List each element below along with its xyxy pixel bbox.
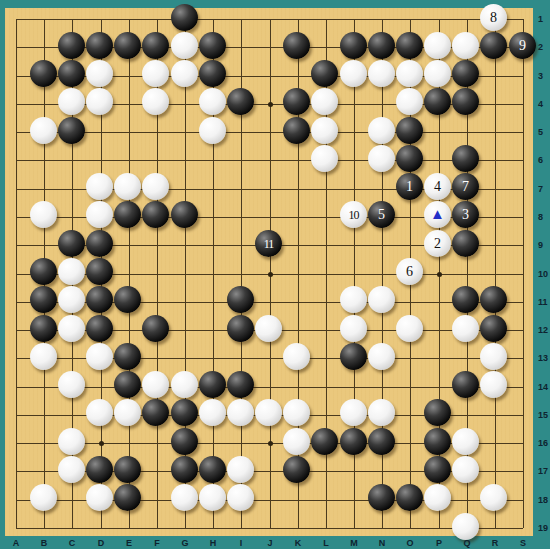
stone-black-O6	[396, 145, 423, 172]
stone-white-B13	[30, 343, 57, 370]
stone-black-M16	[340, 428, 367, 455]
stone-white-I18	[227, 484, 254, 511]
column-label-E: E	[126, 539, 132, 548]
stone-white-Q12	[452, 315, 479, 342]
column-label-Q: Q	[463, 539, 470, 548]
row-label-3: 3	[538, 72, 543, 81]
stone-black-O18	[396, 484, 423, 511]
stone-white-Q2	[452, 32, 479, 59]
stone-black-Q7: 7	[452, 173, 479, 200]
stone-black-M2	[340, 32, 367, 59]
move-number-label: 2	[434, 237, 441, 251]
stone-black-H17	[199, 456, 226, 483]
stone-white-C4	[58, 88, 85, 115]
stone-white-N5	[368, 117, 395, 144]
stone-white-N15	[368, 399, 395, 426]
stone-black-C9	[58, 230, 85, 257]
triangle-marker-icon: ▲	[430, 206, 445, 221]
stone-white-R14	[480, 371, 507, 398]
row-label-15: 15	[538, 411, 548, 420]
stone-black-L16	[311, 428, 338, 455]
stone-white-P2	[424, 32, 451, 59]
column-label-L: L	[323, 539, 329, 548]
stone-black-F8	[142, 201, 169, 228]
stone-black-I14	[227, 371, 254, 398]
stone-white-Q19	[452, 513, 479, 540]
stone-white-R1: 8	[480, 4, 507, 31]
move-number-label: 4	[434, 180, 441, 194]
stone-black-L3	[311, 60, 338, 87]
column-label-H: H	[210, 539, 217, 548]
stone-black-P15	[424, 399, 451, 426]
move-number-label: 1	[406, 180, 413, 194]
stone-black-I12	[227, 315, 254, 342]
stone-white-H18	[199, 484, 226, 511]
stone-white-F4	[142, 88, 169, 115]
stone-white-P18	[424, 484, 451, 511]
go-diagram: 89147105▲31126 ABCDEFGHIJKLMNOPQRS123456…	[0, 0, 550, 549]
stone-white-N3	[368, 60, 395, 87]
move-number-label: 11	[264, 238, 274, 250]
stone-white-F7	[142, 173, 169, 200]
stone-white-F14	[142, 371, 169, 398]
stone-black-K4	[283, 88, 310, 115]
move-number-label: 5	[378, 208, 385, 222]
stone-black-D12	[86, 315, 113, 342]
stone-white-Q17	[452, 456, 479, 483]
move-number-label: 10	[349, 209, 359, 221]
stone-white-M3	[340, 60, 367, 87]
stone-white-H15	[199, 399, 226, 426]
column-label-I: I	[240, 539, 243, 548]
stone-black-Q6	[452, 145, 479, 172]
stone-black-E8	[114, 201, 141, 228]
stone-black-F15	[142, 399, 169, 426]
column-label-R: R	[492, 539, 499, 548]
column-label-K: K	[295, 539, 302, 548]
row-label-6: 6	[538, 156, 543, 165]
row-label-13: 13	[538, 354, 548, 363]
row-label-4: 4	[538, 100, 543, 109]
stone-black-B3	[30, 60, 57, 87]
stone-black-R12	[480, 315, 507, 342]
stone-black-P17	[424, 456, 451, 483]
stone-black-N8: 5	[368, 201, 395, 228]
stone-white-E7	[114, 173, 141, 200]
stone-white-F3	[142, 60, 169, 87]
stone-black-D2	[86, 32, 113, 59]
stone-black-D11	[86, 286, 113, 313]
move-number-label: 3	[462, 208, 469, 222]
stone-white-C10	[58, 258, 85, 285]
stone-black-O2	[396, 32, 423, 59]
stone-white-N6	[368, 145, 395, 172]
stone-white-D13	[86, 343, 113, 370]
star-point	[99, 441, 104, 446]
go-board-surface[interactable]: 89147105▲31126	[5, 8, 533, 536]
stone-white-C11	[58, 286, 85, 313]
stone-black-E2	[114, 32, 141, 59]
stone-black-O5	[396, 117, 423, 144]
stone-black-N18	[368, 484, 395, 511]
row-label-9: 9	[538, 241, 543, 250]
stone-black-K5	[283, 117, 310, 144]
stone-white-G18	[171, 484, 198, 511]
stone-black-C2	[58, 32, 85, 59]
stone-white-D18	[86, 484, 113, 511]
stone-white-H4	[199, 88, 226, 115]
stone-black-G15	[171, 399, 198, 426]
stone-black-N2	[368, 32, 395, 59]
row-label-18: 18	[538, 496, 548, 505]
stone-black-Q11	[452, 286, 479, 313]
stone-white-J12	[255, 315, 282, 342]
stone-black-I11	[227, 286, 254, 313]
column-label-N: N	[379, 539, 386, 548]
stone-white-L4	[311, 88, 338, 115]
stone-white-M11	[340, 286, 367, 313]
row-label-19: 19	[538, 524, 548, 533]
row-label-11: 11	[538, 298, 548, 307]
stone-white-G2	[171, 32, 198, 59]
stone-black-G17	[171, 456, 198, 483]
stone-black-P4	[424, 88, 451, 115]
stone-white-J15	[255, 399, 282, 426]
stone-black-P16	[424, 428, 451, 455]
column-label-G: G	[181, 539, 188, 548]
stone-white-K16	[283, 428, 310, 455]
stone-black-G8	[171, 201, 198, 228]
column-label-F: F	[154, 539, 160, 548]
stone-white-B18	[30, 484, 57, 511]
stone-black-R2	[480, 32, 507, 59]
stone-black-E11	[114, 286, 141, 313]
stone-black-I4	[227, 88, 254, 115]
star-point	[268, 441, 273, 446]
stone-black-K2	[283, 32, 310, 59]
stone-black-C5	[58, 117, 85, 144]
column-label-O: O	[406, 539, 413, 548]
stone-white-I15	[227, 399, 254, 426]
star-point	[437, 272, 442, 277]
stone-black-H3	[199, 60, 226, 87]
stone-white-C12	[58, 315, 85, 342]
stone-white-H5	[199, 117, 226, 144]
stone-white-M15	[340, 399, 367, 426]
row-label-17: 17	[538, 467, 548, 476]
column-label-A: A	[13, 539, 20, 548]
stone-white-C17	[58, 456, 85, 483]
stone-black-Q4	[452, 88, 479, 115]
row-label-2: 2	[538, 43, 543, 52]
column-label-M: M	[350, 539, 358, 548]
stone-black-B10	[30, 258, 57, 285]
stone-white-K13	[283, 343, 310, 370]
stone-white-O4	[396, 88, 423, 115]
move-number-label: 9	[519, 39, 526, 53]
row-label-7: 7	[538, 185, 543, 194]
stone-white-O12	[396, 315, 423, 342]
column-label-B: B	[41, 539, 48, 548]
stone-black-F2	[142, 32, 169, 59]
star-point	[268, 102, 273, 107]
stone-white-B8	[30, 201, 57, 228]
stone-white-G14	[171, 371, 198, 398]
stone-white-L6	[311, 145, 338, 172]
stone-black-H2	[199, 32, 226, 59]
stone-white-Q16	[452, 428, 479, 455]
stone-black-B12	[30, 315, 57, 342]
grid-line-vertical	[495, 19, 496, 528]
stone-black-J9: 11	[255, 230, 282, 257]
stone-white-N11	[368, 286, 395, 313]
stone-white-D3	[86, 60, 113, 87]
column-label-P: P	[436, 539, 442, 548]
stone-black-F12	[142, 315, 169, 342]
move-number-label: 8	[490, 11, 497, 25]
move-number-label: 6	[406, 265, 413, 279]
stone-white-R18	[480, 484, 507, 511]
stone-black-M13	[340, 343, 367, 370]
stone-white-R13	[480, 343, 507, 370]
stone-white-K15	[283, 399, 310, 426]
row-label-1: 1	[538, 15, 543, 24]
stone-white-D8	[86, 201, 113, 228]
stone-white-G3	[171, 60, 198, 87]
stone-white-O3	[396, 60, 423, 87]
row-label-12: 12	[538, 326, 548, 335]
stone-white-P9: 2	[424, 230, 451, 257]
row-label-16: 16	[538, 439, 548, 448]
stone-white-D7	[86, 173, 113, 200]
stone-white-L5	[311, 117, 338, 144]
column-label-C: C	[69, 539, 76, 548]
stone-black-G1	[171, 4, 198, 31]
column-label-J: J	[267, 539, 272, 548]
row-label-14: 14	[538, 383, 548, 392]
stone-white-I17	[227, 456, 254, 483]
row-label-5: 5	[538, 128, 543, 137]
stone-white-O10: 6	[396, 258, 423, 285]
stone-black-D9	[86, 230, 113, 257]
column-label-D: D	[98, 539, 105, 548]
grid-line-vertical	[523, 19, 524, 528]
stone-white-D15	[86, 399, 113, 426]
stone-white-B5	[30, 117, 57, 144]
stone-white-D4	[86, 88, 113, 115]
stone-black-R11	[480, 286, 507, 313]
stone-white-E15	[114, 399, 141, 426]
stone-black-B11	[30, 286, 57, 313]
stone-white-N13	[368, 343, 395, 370]
column-label-S: S	[520, 539, 526, 548]
stone-white-C14	[58, 371, 85, 398]
stone-black-K17	[283, 456, 310, 483]
stone-black-Q8: 3	[452, 201, 479, 228]
stone-black-C3	[58, 60, 85, 87]
stone-white-P7: 4	[424, 173, 451, 200]
stone-white-C16	[58, 428, 85, 455]
stone-white-M8: 10	[340, 201, 367, 228]
stone-black-D17	[86, 456, 113, 483]
stone-black-H14	[199, 371, 226, 398]
stone-black-Q3	[452, 60, 479, 87]
stone-black-O7: 1	[396, 173, 423, 200]
star-point	[268, 272, 273, 277]
stone-black-E17	[114, 456, 141, 483]
stone-white-P8: ▲	[424, 201, 451, 228]
stone-black-S2: 9	[509, 32, 536, 59]
stone-white-M12	[340, 315, 367, 342]
row-label-10: 10	[538, 270, 548, 279]
grid-line-horizontal	[16, 528, 523, 529]
stone-black-E13	[114, 343, 141, 370]
stone-white-P3	[424, 60, 451, 87]
move-number-label: 7	[462, 180, 469, 194]
stone-black-E14	[114, 371, 141, 398]
stone-black-G16	[171, 428, 198, 455]
stone-black-Q9	[452, 230, 479, 257]
row-label-8: 8	[538, 213, 543, 222]
grid-line-horizontal	[16, 387, 523, 388]
stone-black-N16	[368, 428, 395, 455]
stone-black-E18	[114, 484, 141, 511]
stone-black-Q14	[452, 371, 479, 398]
stone-black-D10	[86, 258, 113, 285]
